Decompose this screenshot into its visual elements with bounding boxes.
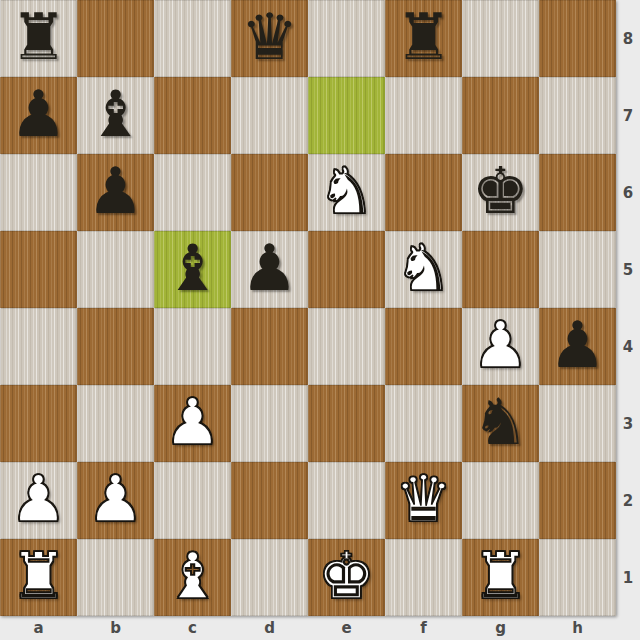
square-f7[interactable]	[385, 77, 462, 154]
square-d5[interactable]: ♟	[231, 231, 308, 308]
piece-white-rook[interactable]: ♜	[10, 544, 67, 608]
square-h2[interactable]	[539, 462, 616, 539]
square-f8[interactable]: ♜	[385, 0, 462, 77]
square-h6[interactable]	[539, 154, 616, 231]
square-e7[interactable]	[308, 77, 385, 154]
square-f6[interactable]	[385, 154, 462, 231]
square-a2[interactable]: ♟	[0, 462, 77, 539]
square-d4[interactable]	[231, 308, 308, 385]
piece-white-knight[interactable]: ♞	[395, 236, 452, 300]
square-h7[interactable]	[539, 77, 616, 154]
piece-white-knight[interactable]: ♞	[318, 159, 375, 223]
square-d6[interactable]	[231, 154, 308, 231]
square-b4[interactable]	[77, 308, 154, 385]
piece-black-pawn[interactable]: ♟	[241, 236, 298, 300]
square-e3[interactable]	[308, 385, 385, 462]
square-h4[interactable]: ♟	[539, 308, 616, 385]
rank-label-1: 1	[616, 539, 640, 616]
piece-black-bishop[interactable]: ♝	[87, 82, 144, 146]
square-c8[interactable]	[154, 0, 231, 77]
piece-white-pawn[interactable]: ♟	[472, 313, 529, 377]
piece-white-pawn[interactable]: ♟	[87, 467, 144, 531]
piece-white-king[interactable]: ♚	[318, 544, 375, 608]
square-b6[interactable]: ♟	[77, 154, 154, 231]
square-g4[interactable]: ♟	[462, 308, 539, 385]
rank-label-6: 6	[616, 154, 640, 231]
file-label-d: d	[231, 616, 308, 640]
square-a8[interactable]: ♜	[0, 0, 77, 77]
square-h3[interactable]	[539, 385, 616, 462]
square-g8[interactable]	[462, 0, 539, 77]
square-e4[interactable]	[308, 308, 385, 385]
square-b1[interactable]	[77, 539, 154, 616]
square-e2[interactable]	[308, 462, 385, 539]
piece-black-queen[interactable]: ♛	[241, 5, 298, 69]
square-a7[interactable]: ♟	[0, 77, 77, 154]
file-label-h: h	[539, 616, 616, 640]
file-label-f: f	[385, 616, 462, 640]
piece-white-queen[interactable]: ♛	[395, 467, 452, 531]
piece-black-king[interactable]: ♚	[472, 159, 529, 223]
square-f4[interactable]	[385, 308, 462, 385]
square-g7[interactable]	[462, 77, 539, 154]
file-label-e: e	[308, 616, 385, 640]
square-a3[interactable]	[0, 385, 77, 462]
square-c6[interactable]	[154, 154, 231, 231]
square-c5[interactable]: ♝	[154, 231, 231, 308]
square-c7[interactable]	[154, 77, 231, 154]
square-e8[interactable]	[308, 0, 385, 77]
rank-label-5: 5	[616, 231, 640, 308]
piece-black-bishop[interactable]: ♝	[164, 236, 221, 300]
file-label-b: b	[77, 616, 154, 640]
rank-label-3: 3	[616, 385, 640, 462]
rank-labels: 87654321	[616, 0, 640, 616]
file-label-a: a	[0, 616, 77, 640]
square-b3[interactable]	[77, 385, 154, 462]
square-d3[interactable]	[231, 385, 308, 462]
square-e6[interactable]: ♞	[308, 154, 385, 231]
square-a1[interactable]: ♜	[0, 539, 77, 616]
file-label-g: g	[462, 616, 539, 640]
square-d1[interactable]	[231, 539, 308, 616]
square-f1[interactable]	[385, 539, 462, 616]
square-d2[interactable]	[231, 462, 308, 539]
square-c3[interactable]: ♟	[154, 385, 231, 462]
square-a5[interactable]	[0, 231, 77, 308]
square-h1[interactable]	[539, 539, 616, 616]
rank-label-2: 2	[616, 462, 640, 539]
square-b2[interactable]: ♟	[77, 462, 154, 539]
square-d8[interactable]: ♛	[231, 0, 308, 77]
rank-label-7: 7	[616, 77, 640, 154]
chess-board: ♜♛♜♟♝♟♞♚♝♟♞♟♟♟♞♟♟♛♜♝♚♜	[0, 0, 616, 616]
piece-white-pawn[interactable]: ♟	[164, 390, 221, 454]
square-g6[interactable]: ♚	[462, 154, 539, 231]
file-label-c: c	[154, 616, 231, 640]
square-b7[interactable]: ♝	[77, 77, 154, 154]
square-f2[interactable]: ♛	[385, 462, 462, 539]
square-g2[interactable]	[462, 462, 539, 539]
square-f5[interactable]: ♞	[385, 231, 462, 308]
square-d7[interactable]	[231, 77, 308, 154]
square-c4[interactable]	[154, 308, 231, 385]
piece-black-pawn[interactable]: ♟	[87, 159, 144, 223]
piece-black-pawn[interactable]: ♟	[549, 313, 606, 377]
piece-black-rook[interactable]: ♜	[10, 5, 67, 69]
piece-black-pawn[interactable]: ♟	[10, 82, 67, 146]
square-a6[interactable]	[0, 154, 77, 231]
square-g5[interactable]	[462, 231, 539, 308]
piece-black-knight[interactable]: ♞	[472, 390, 529, 454]
square-e5[interactable]	[308, 231, 385, 308]
square-h5[interactable]	[539, 231, 616, 308]
square-h8[interactable]	[539, 0, 616, 77]
rank-label-4: 4	[616, 308, 640, 385]
square-b5[interactable]	[77, 231, 154, 308]
rank-label-8: 8	[616, 0, 640, 77]
square-b8[interactable]	[77, 0, 154, 77]
square-a4[interactable]	[0, 308, 77, 385]
square-e1[interactable]: ♚	[308, 539, 385, 616]
square-g1[interactable]: ♜	[462, 539, 539, 616]
square-c1[interactable]: ♝	[154, 539, 231, 616]
piece-white-bishop[interactable]: ♝	[164, 544, 221, 608]
square-f3[interactable]	[385, 385, 462, 462]
file-labels: abcdefgh	[0, 616, 616, 640]
piece-white-rook[interactable]: ♜	[472, 544, 529, 608]
piece-white-pawn[interactable]: ♟	[10, 467, 67, 531]
square-g3[interactable]: ♞	[462, 385, 539, 462]
square-c2[interactable]	[154, 462, 231, 539]
chess-board-area: ♜♛♜♟♝♟♞♚♝♟♞♟♟♟♞♟♟♛♜♝♚♜ 87654321 abcdefgh	[0, 0, 640, 640]
piece-black-rook[interactable]: ♜	[395, 5, 452, 69]
